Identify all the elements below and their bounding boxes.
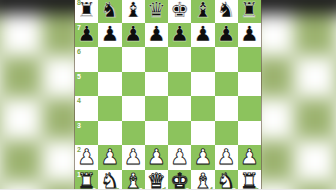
square-e2[interactable]: ♟ xyxy=(168,145,191,170)
file-label-d: d xyxy=(162,186,166,189)
square-b8[interactable]: ♞ xyxy=(98,0,121,23)
square-f3[interactable] xyxy=(191,121,214,146)
square-a8[interactable]: 8♜ xyxy=(75,0,98,23)
piece-white-pawn[interactable]: ♟ xyxy=(240,147,259,168)
piece-black-queen[interactable]: ♛ xyxy=(147,0,166,21)
square-c5[interactable] xyxy=(122,72,145,97)
rank-label-6: 6 xyxy=(77,48,81,55)
square-f5[interactable] xyxy=(191,72,214,97)
square-c2[interactable]: ♟ xyxy=(122,145,145,170)
square-b3[interactable] xyxy=(98,121,121,146)
square-g1[interactable]: g♞ xyxy=(215,170,238,190)
file-label-b: b xyxy=(115,186,119,189)
piece-white-pawn[interactable]: ♟ xyxy=(100,147,119,168)
square-h7[interactable]: ♟ xyxy=(238,23,261,48)
square-e4[interactable] xyxy=(168,96,191,121)
square-g6[interactable] xyxy=(215,47,238,72)
square-f8[interactable]: ♝ xyxy=(191,0,214,23)
square-c4[interactable] xyxy=(122,96,145,121)
square-d1[interactable]: d♛ xyxy=(145,170,168,190)
square-g4[interactable] xyxy=(215,96,238,121)
square-d4[interactable] xyxy=(145,96,168,121)
square-h3[interactable] xyxy=(238,121,261,146)
square-d8[interactable]: ♛ xyxy=(145,0,168,23)
piece-black-pawn[interactable]: ♟ xyxy=(147,24,166,45)
square-a6[interactable]: 6 xyxy=(75,47,98,72)
square-h2[interactable]: ♟ xyxy=(238,145,261,170)
square-c6[interactable] xyxy=(122,47,145,72)
square-c1[interactable]: c♝ xyxy=(122,170,145,190)
square-h8[interactable]: ♜ xyxy=(238,0,261,23)
rank-label-2: 2 xyxy=(77,146,81,153)
square-f4[interactable] xyxy=(191,96,214,121)
piece-black-knight[interactable]: ♞ xyxy=(217,0,236,21)
square-a7[interactable]: 7♟ xyxy=(75,23,98,48)
square-h5[interactable] xyxy=(238,72,261,97)
square-a1[interactable]: 1a♜ xyxy=(75,170,98,190)
square-h6[interactable] xyxy=(238,47,261,72)
square-e8[interactable]: ♚ xyxy=(168,0,191,23)
square-b7[interactable]: ♟ xyxy=(98,23,121,48)
piece-black-knight[interactable]: ♞ xyxy=(100,0,119,21)
square-d5[interactable] xyxy=(145,72,168,97)
file-label-h: h xyxy=(255,186,259,189)
square-a2[interactable]: 2♟ xyxy=(75,145,98,170)
square-g3[interactable] xyxy=(215,121,238,146)
square-a4[interactable]: 4 xyxy=(75,96,98,121)
file-label-a: a xyxy=(92,186,96,189)
square-a5[interactable]: 5 xyxy=(75,72,98,97)
rank-label-7: 7 xyxy=(77,24,81,31)
square-d7[interactable]: ♟ xyxy=(145,23,168,48)
chess-board: 8♜♞♝♛♚♝♞♜7♟♟♟♟♟♟♟♟65432♟♟♟♟♟♟♟♟1a♜b♞c♝d♛… xyxy=(75,0,261,189)
piece-black-bishop[interactable]: ♝ xyxy=(124,0,143,21)
square-g2[interactable]: ♟ xyxy=(215,145,238,170)
piece-black-pawn[interactable]: ♟ xyxy=(193,24,212,45)
square-d2[interactable]: ♟ xyxy=(145,145,168,170)
square-d3[interactable] xyxy=(145,121,168,146)
square-c8[interactable]: ♝ xyxy=(122,0,145,23)
square-f2[interactable]: ♟ xyxy=(191,145,214,170)
piece-white-pawn[interactable]: ♟ xyxy=(170,147,189,168)
square-e6[interactable] xyxy=(168,47,191,72)
square-h1[interactable]: h♜ xyxy=(238,170,261,190)
square-b2[interactable]: ♟ xyxy=(98,145,121,170)
square-e3[interactable] xyxy=(168,121,191,146)
square-c3[interactable] xyxy=(122,121,145,146)
square-e5[interactable] xyxy=(168,72,191,97)
piece-black-pawn[interactable]: ♟ xyxy=(124,24,143,45)
square-f1[interactable]: f♝ xyxy=(191,170,214,190)
file-label-e: e xyxy=(185,186,189,189)
piece-black-king[interactable]: ♚ xyxy=(170,0,189,21)
rank-label-4: 4 xyxy=(77,97,81,104)
piece-black-bishop[interactable]: ♝ xyxy=(193,0,212,21)
piece-white-pawn[interactable]: ♟ xyxy=(124,147,143,168)
square-g7[interactable]: ♟ xyxy=(215,23,238,48)
square-b5[interactable] xyxy=(98,72,121,97)
piece-black-pawn[interactable]: ♟ xyxy=(240,24,259,45)
file-label-f: f xyxy=(210,186,212,189)
square-g8[interactable]: ♞ xyxy=(215,0,238,23)
piece-black-pawn[interactable]: ♟ xyxy=(217,24,236,45)
rank-label-8: 8 xyxy=(77,0,81,6)
piece-white-pawn[interactable]: ♟ xyxy=(217,147,236,168)
square-h4[interactable] xyxy=(238,96,261,121)
square-e1[interactable]: e♚ xyxy=(168,170,191,190)
chess-thumbnail: 8♜♞♝♛♚♝♞♜7♟♟♟♟♟♟♟♟65432♟♟♟♟♟♟♟♟1a♜b♞c♝d♛… xyxy=(0,0,336,189)
piece-black-rook[interactable]: ♜ xyxy=(240,0,259,21)
file-label-g: g xyxy=(231,186,235,189)
piece-white-pawn[interactable]: ♟ xyxy=(193,147,212,168)
rank-label-5: 5 xyxy=(77,73,81,80)
piece-black-pawn[interactable]: ♟ xyxy=(100,24,119,45)
square-a3[interactable]: 3 xyxy=(75,121,98,146)
square-g5[interactable] xyxy=(215,72,238,97)
square-e7[interactable]: ♟ xyxy=(168,23,191,48)
rank-label-3: 3 xyxy=(77,122,81,129)
square-c7[interactable]: ♟ xyxy=(122,23,145,48)
square-b6[interactable] xyxy=(98,47,121,72)
square-d6[interactable] xyxy=(145,47,168,72)
file-label-c: c xyxy=(139,186,143,189)
square-f6[interactable] xyxy=(191,47,214,72)
square-f7[interactable]: ♟ xyxy=(191,23,214,48)
piece-white-pawn[interactable]: ♟ xyxy=(147,147,166,168)
square-b1[interactable]: b♞ xyxy=(98,170,121,190)
rank-label-1: 1 xyxy=(77,171,81,178)
piece-black-pawn[interactable]: ♟ xyxy=(170,24,189,45)
square-b4[interactable] xyxy=(98,96,121,121)
